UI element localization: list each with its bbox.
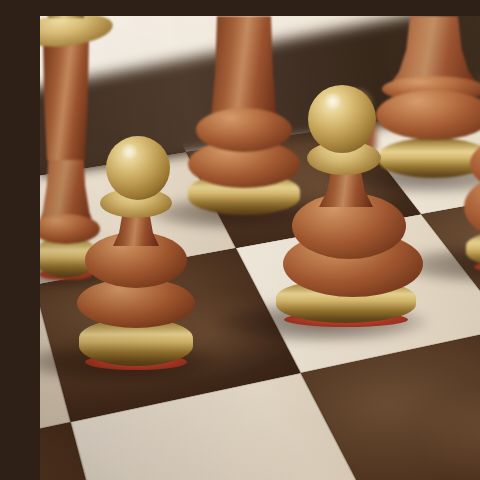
brass-ball-finial-icon xyxy=(308,85,376,153)
turned-wood-tier xyxy=(196,108,292,152)
wood-stem xyxy=(210,16,278,120)
brass-ball-finial-icon xyxy=(106,136,170,200)
brass-detail xyxy=(48,16,84,18)
turned-wood-tier xyxy=(376,90,480,140)
wood-stem xyxy=(43,36,89,160)
photo-canvas: Close-up photograph of a wood and brass … xyxy=(40,16,480,480)
brass-base-ring xyxy=(379,138,480,178)
